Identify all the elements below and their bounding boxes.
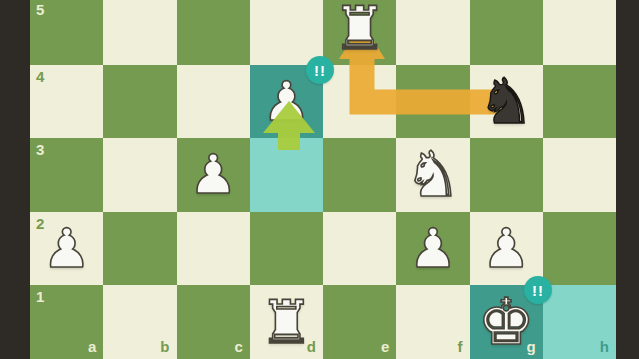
chess-board[interactable]: !! !! 5♜4♟♞3♟♞2♟♟♟1abcd♜efg♚h [30, 0, 616, 359]
square-h4[interactable] [543, 65, 616, 139]
white-pawn-f2[interactable]: ♟ [396, 212, 469, 286]
square-c3[interactable]: ♟ [177, 138, 250, 212]
rank-label-1: 1 [36, 289, 44, 304]
square-a5[interactable]: 5 [30, 0, 103, 65]
square-b2[interactable] [103, 212, 176, 286]
square-a3[interactable]: 3 [30, 138, 103, 212]
square-e2[interactable] [323, 212, 396, 286]
brilliant-move-badge-g1: !! [524, 276, 552, 304]
chess-app-stage: !! !! 5♜4♟♞3♟♞2♟♟♟1abcd♜efg♚h [0, 0, 639, 359]
rank-label-5: 5 [36, 2, 44, 17]
square-a1[interactable]: 1a [30, 285, 103, 359]
square-f2[interactable]: ♟ [396, 212, 469, 286]
square-a4[interactable]: 4 [30, 65, 103, 139]
square-f3[interactable]: ♞ [396, 138, 469, 212]
square-g3[interactable] [470, 138, 543, 212]
square-f4[interactable] [396, 65, 469, 139]
rank-label-3: 3 [36, 142, 44, 157]
white-knight-f3[interactable]: ♞ [396, 138, 469, 212]
square-d3[interactable] [250, 138, 323, 212]
square-c1[interactable]: c [177, 285, 250, 359]
brilliant-move-badge-d4: !! [306, 56, 334, 84]
square-f5[interactable] [396, 0, 469, 65]
square-a2[interactable]: 2♟ [30, 212, 103, 286]
file-label-f: f [458, 339, 463, 354]
square-e5[interactable]: ♜ [323, 0, 396, 65]
black-knight-g4[interactable]: ♞ [470, 65, 543, 139]
rank-label-4: 4 [36, 69, 44, 84]
square-b4[interactable] [103, 65, 176, 139]
file-label-a: a [88, 339, 96, 354]
square-c4[interactable] [177, 65, 250, 139]
square-g2[interactable]: ♟ [470, 212, 543, 286]
file-label-h: h [600, 339, 609, 354]
file-label-b: b [160, 339, 169, 354]
square-e4[interactable] [323, 65, 396, 139]
square-b1[interactable]: b [103, 285, 176, 359]
white-rook-e5[interactable]: ♜ [323, 0, 396, 65]
white-pawn-c3[interactable]: ♟ [177, 138, 250, 212]
square-g5[interactable] [470, 0, 543, 65]
square-c2[interactable] [177, 212, 250, 286]
square-d5[interactable] [250, 0, 323, 65]
square-h1[interactable]: h [543, 285, 616, 359]
white-pawn-g2[interactable]: ♟ [470, 212, 543, 286]
square-h3[interactable] [543, 138, 616, 212]
square-h5[interactable] [543, 0, 616, 65]
square-g4[interactable]: ♞ [470, 65, 543, 139]
square-f1[interactable]: f [396, 285, 469, 359]
square-b3[interactable] [103, 138, 176, 212]
square-e3[interactable] [323, 138, 396, 212]
square-d2[interactable] [250, 212, 323, 286]
square-e1[interactable]: e [323, 285, 396, 359]
file-label-e: e [381, 339, 389, 354]
white-pawn-a2[interactable]: ♟ [30, 212, 103, 286]
square-d1[interactable]: d♜ [250, 285, 323, 359]
file-label-c: c [234, 339, 242, 354]
square-h2[interactable] [543, 212, 616, 286]
square-c5[interactable] [177, 0, 250, 65]
white-rook-d1[interactable]: ♜ [250, 285, 323, 359]
square-b5[interactable] [103, 0, 176, 65]
